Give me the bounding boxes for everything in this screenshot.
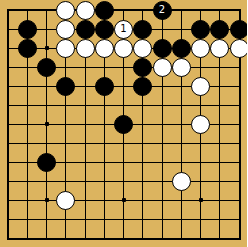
grid-line-horizontal bbox=[8, 143, 239, 144]
white-stone[interactable] bbox=[56, 39, 75, 58]
black-stone[interactable] bbox=[37, 58, 56, 77]
black-stone[interactable] bbox=[133, 77, 152, 96]
move-number-label: 1 bbox=[120, 24, 126, 34]
black-stone[interactable] bbox=[95, 1, 114, 20]
black-stone[interactable]: 2 bbox=[153, 1, 172, 20]
black-stone[interactable] bbox=[191, 20, 210, 39]
star-point bbox=[45, 46, 49, 50]
white-stone[interactable] bbox=[172, 172, 191, 191]
white-stone[interactable] bbox=[191, 115, 210, 134]
black-stone[interactable] bbox=[18, 39, 37, 58]
black-stone[interactable] bbox=[18, 20, 37, 39]
white-stone[interactable] bbox=[76, 1, 95, 20]
black-stone[interactable] bbox=[133, 58, 152, 77]
black-stone[interactable] bbox=[133, 20, 152, 39]
black-stone[interactable] bbox=[153, 39, 172, 58]
move-number-label: 2 bbox=[159, 5, 165, 15]
black-stone[interactable] bbox=[95, 77, 114, 96]
black-stone[interactable] bbox=[114, 115, 133, 134]
black-stone[interactable] bbox=[210, 20, 229, 39]
white-stone[interactable] bbox=[153, 58, 172, 77]
black-stone[interactable] bbox=[95, 20, 114, 39]
white-stone[interactable] bbox=[210, 39, 229, 58]
white-stone[interactable] bbox=[95, 39, 114, 58]
go-board[interactable]: 21 bbox=[0, 0, 247, 247]
star-point bbox=[45, 122, 49, 126]
grid-line-horizontal bbox=[8, 181, 239, 182]
star-point bbox=[199, 198, 203, 202]
black-stone[interactable] bbox=[37, 153, 56, 172]
grid-line-horizontal bbox=[8, 219, 239, 220]
white-stone[interactable] bbox=[133, 39, 152, 58]
white-stone[interactable] bbox=[230, 39, 248, 58]
black-stone[interactable] bbox=[76, 20, 95, 39]
black-stone[interactable] bbox=[172, 39, 191, 58]
black-stone[interactable] bbox=[230, 20, 248, 39]
black-stone[interactable] bbox=[56, 77, 75, 96]
white-stone[interactable] bbox=[172, 58, 191, 77]
white-stone[interactable] bbox=[56, 191, 75, 210]
white-stone[interactable] bbox=[191, 77, 210, 96]
white-stone[interactable] bbox=[56, 1, 75, 20]
star-point bbox=[122, 198, 126, 202]
star-point bbox=[45, 198, 49, 202]
white-stone[interactable] bbox=[56, 20, 75, 39]
white-stone[interactable] bbox=[114, 39, 133, 58]
white-stone[interactable]: 1 bbox=[114, 20, 133, 39]
white-stone[interactable] bbox=[191, 39, 210, 58]
white-stone[interactable] bbox=[76, 39, 95, 58]
